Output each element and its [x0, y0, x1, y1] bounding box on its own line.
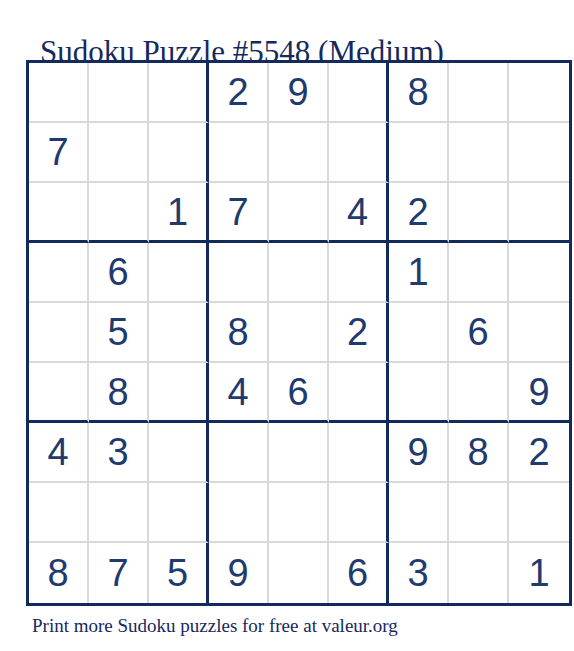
cell-r4c7: 1: [389, 243, 449, 303]
cell-r2c7: [389, 123, 449, 183]
cell-r8c2: [89, 483, 149, 543]
cell-r1c2: [89, 63, 149, 123]
cell-r9c8: [449, 543, 509, 603]
cell-r7c7: 9: [389, 423, 449, 483]
cell-r6c8: [449, 363, 509, 423]
cell-r5c7: [389, 303, 449, 363]
cell-r9c4: 9: [209, 543, 269, 603]
cell-r3c2: [89, 183, 149, 243]
cell-r1c3: [149, 63, 209, 123]
cell-r3c5: [269, 183, 329, 243]
cell-r2c5: [269, 123, 329, 183]
footer-note: Print more Sudoku puzzles for free at va…: [32, 615, 398, 637]
cell-r5c3: [149, 303, 209, 363]
cell-r2c2: [89, 123, 149, 183]
cell-r2c6: [329, 123, 389, 183]
cell-r7c3: [149, 423, 209, 483]
cell-r3c1: [29, 183, 89, 243]
cell-r7c9: 2: [509, 423, 569, 483]
cell-r9c6: 6: [329, 543, 389, 603]
cell-r2c9: [509, 123, 569, 183]
cell-r8c1: [29, 483, 89, 543]
cell-r4c3: [149, 243, 209, 303]
cell-r2c1: 7: [29, 123, 89, 183]
cell-r1c5: 9: [269, 63, 329, 123]
cell-r1c4: 2: [209, 63, 269, 123]
sudoku-board: 298717426158268469439828759631: [26, 60, 572, 606]
cell-r9c9: 1: [509, 543, 569, 603]
cell-r6c1: [29, 363, 89, 423]
cell-r7c2: 3: [89, 423, 149, 483]
cell-r6c4: 4: [209, 363, 269, 423]
cell-r2c3: [149, 123, 209, 183]
cell-r1c1: [29, 63, 89, 123]
cell-r7c1: 4: [29, 423, 89, 483]
cell-r6c3: [149, 363, 209, 423]
cell-r1c8: [449, 63, 509, 123]
cell-r8c9: [509, 483, 569, 543]
cell-r7c8: 8: [449, 423, 509, 483]
cell-r3c9: [509, 183, 569, 243]
cell-r5c2: 5: [89, 303, 149, 363]
cell-r9c7: 3: [389, 543, 449, 603]
cell-r3c3: 1: [149, 183, 209, 243]
cell-r5c6: 2: [329, 303, 389, 363]
cell-r9c5: [269, 543, 329, 603]
cell-r5c5: [269, 303, 329, 363]
cell-r8c4: [209, 483, 269, 543]
cell-r7c6: [329, 423, 389, 483]
cell-r6c6: [329, 363, 389, 423]
cell-r5c4: 8: [209, 303, 269, 363]
cell-r3c6: 4: [329, 183, 389, 243]
cell-r8c8: [449, 483, 509, 543]
cell-r9c3: 5: [149, 543, 209, 603]
cell-r1c9: [509, 63, 569, 123]
cell-r9c2: 7: [89, 543, 149, 603]
cell-r5c1: [29, 303, 89, 363]
cell-r3c8: [449, 183, 509, 243]
cell-r7c4: [209, 423, 269, 483]
cell-r2c4: [209, 123, 269, 183]
cell-r7c5: [269, 423, 329, 483]
cell-r3c7: 2: [389, 183, 449, 243]
cell-r3c4: 7: [209, 183, 269, 243]
cell-r5c9: [509, 303, 569, 363]
cell-r8c6: [329, 483, 389, 543]
cell-r4c6: [329, 243, 389, 303]
cell-r9c1: 8: [29, 543, 89, 603]
cell-r8c3: [149, 483, 209, 543]
cell-r4c8: [449, 243, 509, 303]
cell-r4c5: [269, 243, 329, 303]
cell-r4c1: [29, 243, 89, 303]
cell-r8c5: [269, 483, 329, 543]
cell-r8c7: [389, 483, 449, 543]
cell-r4c4: [209, 243, 269, 303]
cell-r6c2: 8: [89, 363, 149, 423]
cell-r4c9: [509, 243, 569, 303]
cell-r1c7: 8: [389, 63, 449, 123]
cell-r6c9: 9: [509, 363, 569, 423]
cell-r4c2: 6: [89, 243, 149, 303]
cell-r6c7: [389, 363, 449, 423]
cell-r6c5: 6: [269, 363, 329, 423]
cell-r5c8: 6: [449, 303, 509, 363]
cell-r2c8: [449, 123, 509, 183]
cell-r1c6: [329, 63, 389, 123]
